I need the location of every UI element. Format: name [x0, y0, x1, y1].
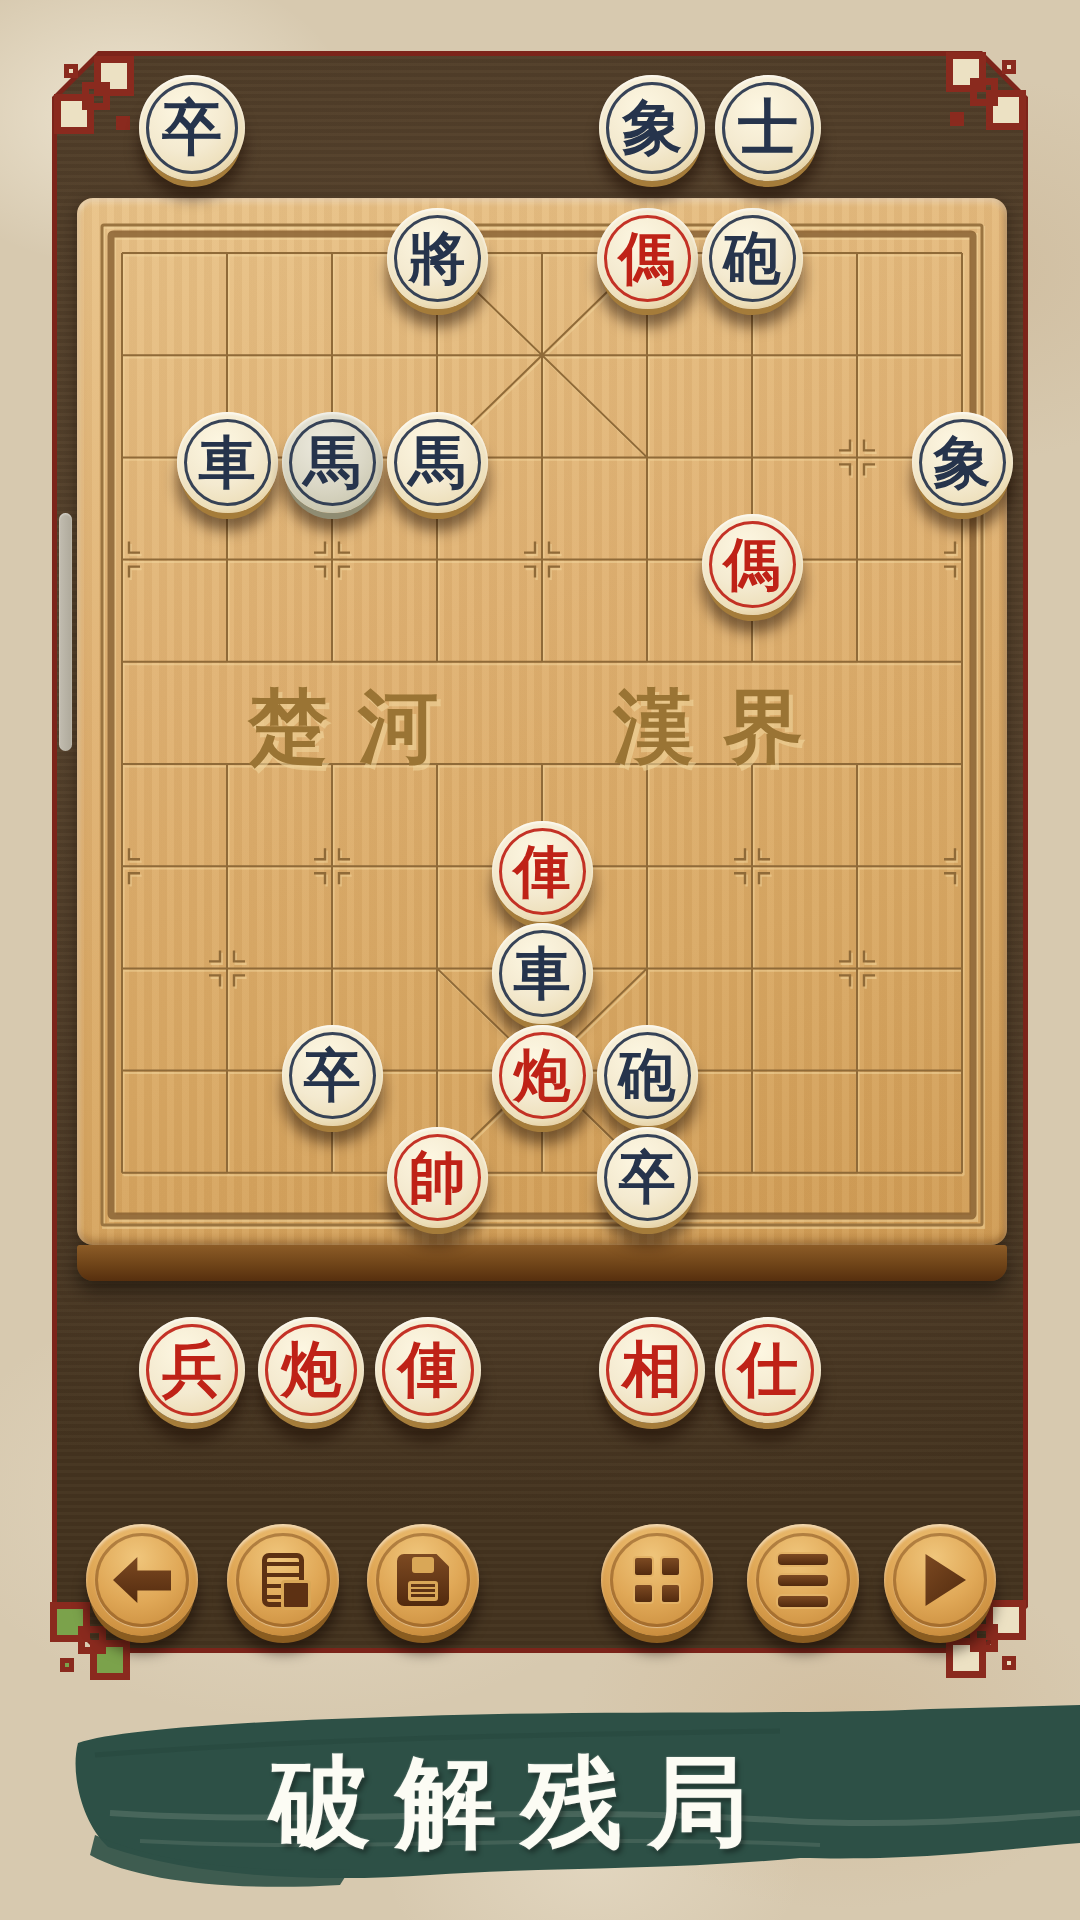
banner-title: 破解残局 [0, 1742, 1062, 1862]
captured-red-俥[interactable]: 俥 [375, 1317, 481, 1423]
load-record-button[interactable] [227, 1524, 339, 1636]
grid-icon [633, 1556, 681, 1604]
play-icon [922, 1554, 966, 1606]
board-piece-砲-black[interactable]: 砲 [702, 208, 803, 309]
piece-glyph: 車 [514, 944, 571, 1003]
menu-bars-icon [776, 1552, 830, 1609]
back-button[interactable] [86, 1524, 198, 1636]
board-piece-俥-red[interactable]: 俥 [492, 821, 593, 922]
river-label-right: 漢界 [612, 679, 833, 773]
levels-grid-button[interactable] [601, 1524, 713, 1636]
board-piece-馬-black[interactable]: 馬 [282, 412, 383, 513]
corner-ornament-top-left-icon [50, 50, 142, 142]
piece-glyph: 士 [738, 97, 798, 159]
board-piece-傌-red[interactable]: 傌 [597, 208, 698, 309]
captured-red-炮[interactable]: 炮 [258, 1317, 364, 1423]
captured-red-仕[interactable]: 仕 [715, 1317, 821, 1423]
captured-black-卒[interactable]: 卒 [139, 75, 245, 181]
board-piece-車-black[interactable]: 車 [177, 412, 278, 513]
board-piece-象-black[interactable]: 象 [912, 412, 1013, 513]
captured-red-兵[interactable]: 兵 [139, 1317, 245, 1423]
piece-glyph: 炮 [514, 1046, 571, 1105]
piece-glyph: 炮 [281, 1339, 341, 1401]
board-piece-炮-red[interactable]: 炮 [492, 1025, 593, 1126]
piece-glyph: 傌 [724, 535, 781, 594]
arrow-left-icon [113, 1556, 171, 1604]
corner-ornament-top-right-icon [938, 46, 1030, 138]
floppy-disk-icon [397, 1554, 449, 1606]
piece-glyph: 傌 [619, 229, 676, 288]
piece-glyph: 將 [409, 229, 466, 288]
board-piece-將-black[interactable]: 將 [387, 208, 488, 309]
board-piece-砲-black[interactable]: 砲 [597, 1025, 698, 1126]
piece-glyph: 相 [622, 1339, 682, 1401]
captured-black-象[interactable]: 象 [599, 75, 705, 181]
piece-glyph: 象 [622, 97, 682, 159]
piece-glyph: 車 [199, 433, 256, 492]
board-front-edge [77, 1245, 1007, 1281]
board-piece-馬-black[interactable]: 馬 [387, 412, 488, 513]
board-piece-傌-red[interactable]: 傌 [702, 514, 803, 615]
piece-glyph: 馬 [409, 433, 466, 492]
menu-button[interactable] [747, 1524, 859, 1636]
piece-glyph: 兵 [162, 1339, 222, 1401]
piece-glyph: 俥 [514, 842, 571, 901]
captured-red-相[interactable]: 相 [599, 1317, 705, 1423]
piece-glyph: 象 [934, 433, 991, 492]
piece-glyph: 卒 [619, 1148, 676, 1207]
board-piece-帥-red[interactable]: 帥 [387, 1127, 488, 1228]
play-button[interactable] [884, 1524, 996, 1636]
piece-glyph: 仕 [738, 1339, 798, 1401]
document-list-icon [262, 1553, 304, 1607]
piece-glyph: 卒 [304, 1046, 361, 1105]
board-piece-車-black[interactable]: 車 [492, 923, 593, 1024]
piece-glyph: 俥 [398, 1339, 458, 1401]
piece-glyph: 砲 [724, 229, 781, 288]
scroll-indicator [59, 513, 72, 751]
board-piece-卒-black[interactable]: 卒 [282, 1025, 383, 1126]
captured-black-士[interactable]: 士 [715, 75, 821, 181]
board-piece-卒-black[interactable]: 卒 [597, 1127, 698, 1228]
piece-glyph: 帥 [409, 1148, 466, 1207]
piece-glyph: 馬 [304, 433, 361, 492]
save-button[interactable] [367, 1524, 479, 1636]
river-label-left: 楚河 [247, 679, 468, 773]
piece-glyph: 砲 [619, 1046, 676, 1105]
piece-glyph: 卒 [162, 97, 222, 159]
